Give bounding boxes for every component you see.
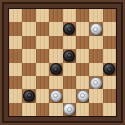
square-d6[interactable] [49, 36, 62, 49]
square-c1[interactable] [36, 103, 49, 116]
square-f4[interactable] [76, 63, 89, 76]
square-f6[interactable] [76, 36, 89, 49]
square-e1[interactable] [63, 103, 76, 116]
black-man-b2[interactable] [23, 90, 35, 102]
square-d8[interactable] [49, 9, 62, 22]
square-c3[interactable] [36, 76, 49, 89]
square-e5[interactable] [63, 49, 76, 62]
board-frame [0, 0, 125, 125]
square-h4[interactable] [103, 63, 116, 76]
square-b1 [22, 103, 35, 116]
square-e3[interactable] [63, 76, 76, 89]
white-man-g3[interactable] [90, 77, 102, 89]
square-b3 [22, 76, 35, 89]
square-e2 [63, 89, 76, 102]
square-a3[interactable] [9, 76, 22, 89]
square-b8[interactable] [22, 9, 35, 22]
square-g4 [89, 63, 102, 76]
square-d2[interactable] [49, 89, 62, 102]
white-man-d2[interactable] [50, 90, 62, 102]
square-a7[interactable] [9, 22, 22, 35]
square-d5 [49, 49, 62, 62]
square-h7 [103, 22, 116, 35]
square-c6 [36, 36, 49, 49]
square-b6[interactable] [22, 36, 35, 49]
square-e7[interactable] [63, 22, 76, 35]
square-b5 [22, 49, 35, 62]
white-man-f2[interactable] [77, 90, 89, 102]
square-a6 [9, 36, 22, 49]
square-h2[interactable] [103, 89, 116, 102]
square-c7[interactable] [36, 22, 49, 35]
black-man-e5[interactable] [63, 50, 75, 62]
square-h1 [103, 103, 116, 116]
square-a4 [9, 63, 22, 76]
square-h5 [103, 49, 116, 62]
square-b4[interactable] [22, 63, 35, 76]
square-c2 [36, 89, 49, 102]
square-g8 [89, 9, 102, 22]
square-e4 [63, 63, 76, 76]
checkers-board [9, 9, 116, 116]
square-d1 [49, 103, 62, 116]
square-g2 [89, 89, 102, 102]
square-b7 [22, 22, 35, 35]
square-g7[interactable] [89, 22, 102, 35]
white-man-g7[interactable] [90, 23, 102, 35]
black-man-d4[interactable] [50, 63, 62, 75]
square-f5 [76, 49, 89, 62]
square-g3[interactable] [89, 76, 102, 89]
square-a1[interactable] [9, 103, 22, 116]
square-h6[interactable] [103, 36, 116, 49]
square-f8[interactable] [76, 9, 89, 22]
square-e8 [63, 9, 76, 22]
square-g6 [89, 36, 102, 49]
square-h8[interactable] [103, 9, 116, 22]
square-c4 [36, 63, 49, 76]
square-h3 [103, 76, 116, 89]
square-f1 [76, 103, 89, 116]
square-g5[interactable] [89, 49, 102, 62]
square-a5[interactable] [9, 49, 22, 62]
square-d7 [49, 22, 62, 35]
square-g1[interactable] [89, 103, 102, 116]
square-c8 [36, 9, 49, 22]
square-a8 [9, 9, 22, 22]
white-man-e1[interactable] [63, 103, 75, 115]
black-man-h4[interactable] [103, 63, 115, 75]
square-d3 [49, 76, 62, 89]
square-f7 [76, 22, 89, 35]
square-f2[interactable] [76, 89, 89, 102]
square-a2 [9, 89, 22, 102]
square-f3 [76, 76, 89, 89]
square-e6 [63, 36, 76, 49]
square-c5[interactable] [36, 49, 49, 62]
square-b2[interactable] [22, 89, 35, 102]
black-man-e7[interactable] [63, 23, 75, 35]
square-d4[interactable] [49, 63, 62, 76]
